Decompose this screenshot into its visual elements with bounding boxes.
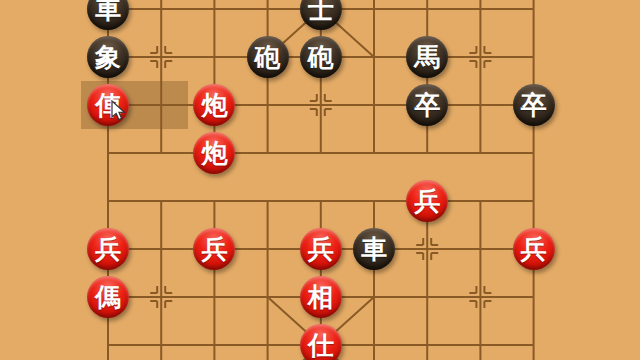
piece-black-cannon-e2[interactable]: 砲 [300,36,342,78]
piece-black-soldier-g3[interactable]: 卒 [406,84,448,126]
piece-red-soldier-i6[interactable]: 兵 [513,228,555,270]
piece-red-elephant-e7[interactable]: 相 [300,276,342,318]
piece-red-soldier-e6[interactable]: 兵 [300,228,342,270]
piece-red-soldier-g5[interactable]: 兵 [406,180,448,222]
piece-red-soldier-a6[interactable]: 兵 [87,228,129,270]
piece-black-chariot-f6[interactable]: 車 [353,228,395,270]
piece-black-cannon-d2[interactable]: 砲 [247,36,289,78]
piece-red-advisor-e8[interactable]: 仕 [300,324,342,360]
piece-black-elephant-a2[interactable]: 象 [87,36,129,78]
xiangqi-app-screen: 車士象砲砲馬俥炮卒卒炮兵兵兵兵車兵傌相仕 [0,0,640,360]
mouse-cursor-icon [111,100,127,122]
piece-black-horse-g2[interactable]: 馬 [406,36,448,78]
piece-black-soldier-i3[interactable]: 卒 [513,84,555,126]
piece-red-horse-a7[interactable]: 傌 [87,276,129,318]
